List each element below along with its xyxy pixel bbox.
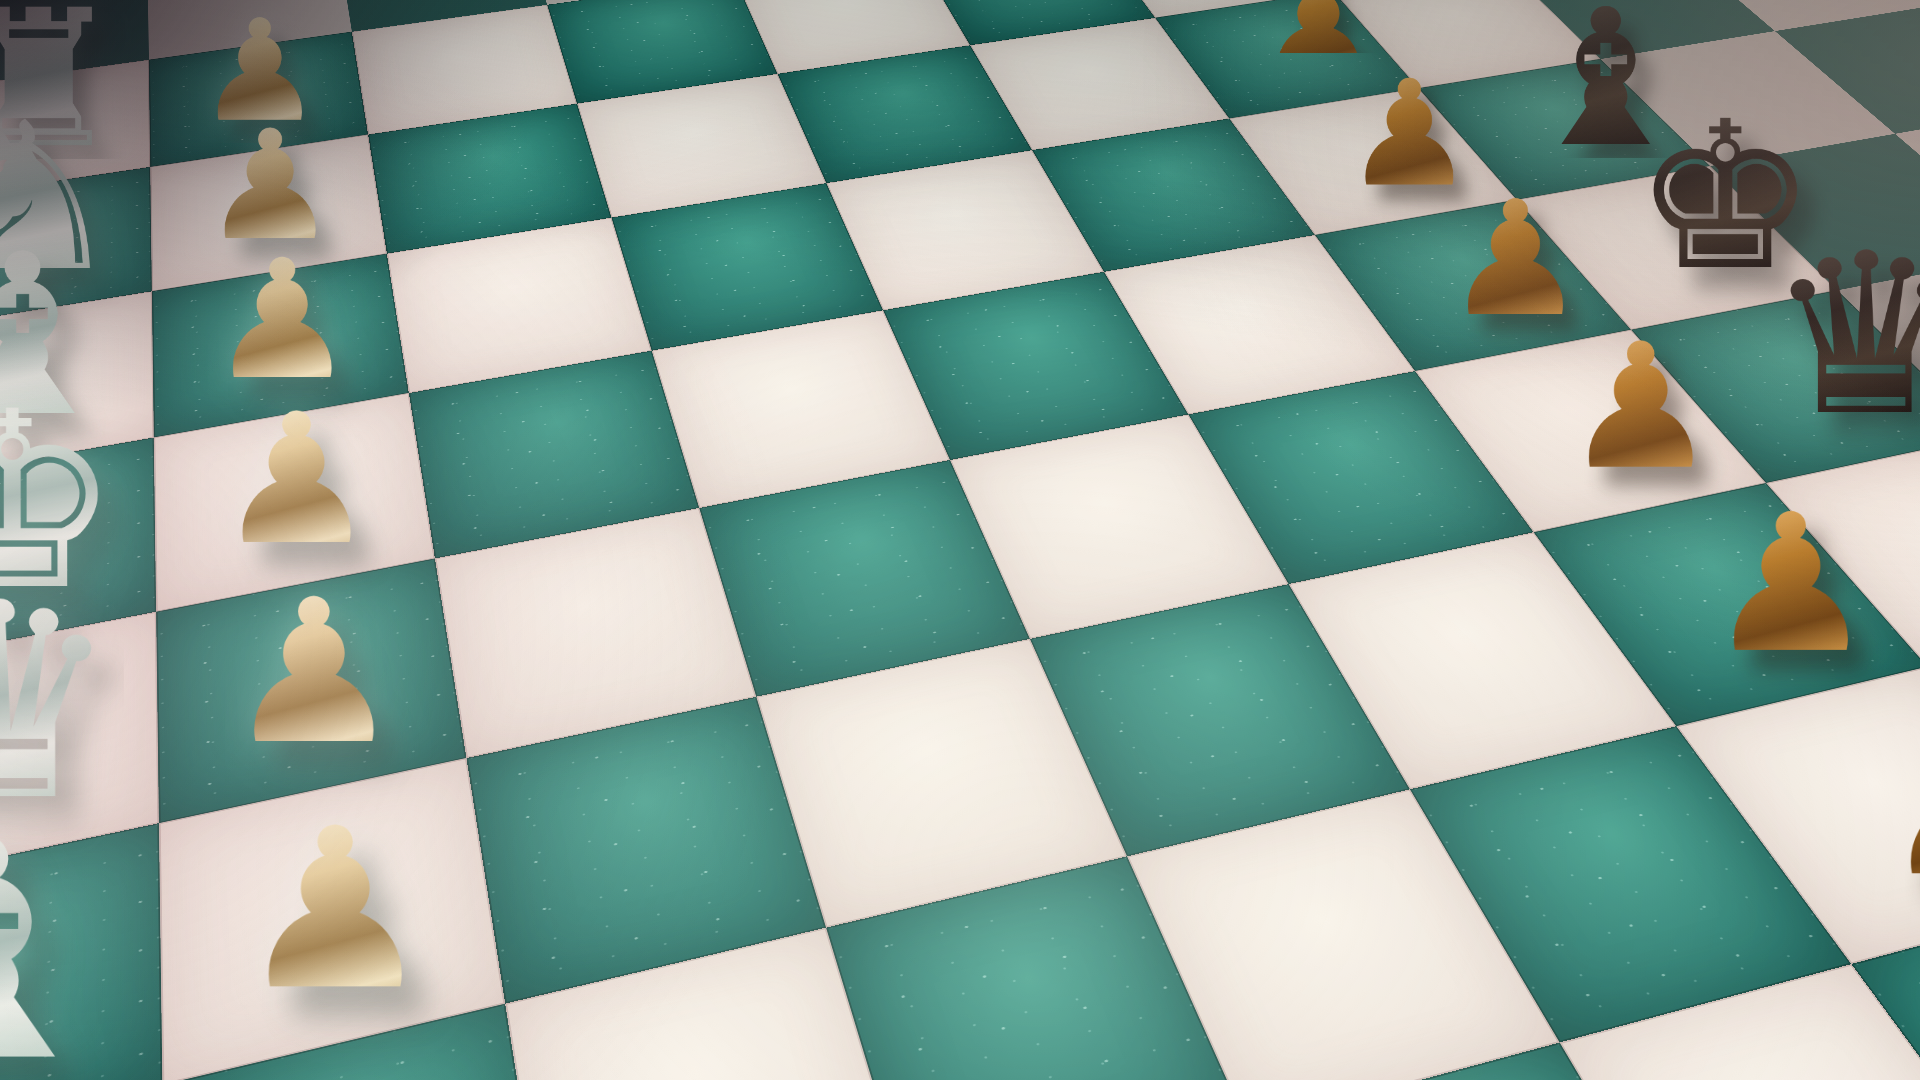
square-c1[interactable]: ♝♝	[0, 823, 162, 1080]
board-scene: ♜♜♟♟♟♟♜♜♞♞♟♟♟♟♞♞♝♝♟♟♟♟♝♝♚♚♟♟♟♟♚♚♛♛♟♟♟♟♛♛…	[0, 0, 1920, 1080]
square-e4[interactable]	[652, 310, 950, 508]
white-pawn[interactable]: ♟	[215, 390, 377, 570]
white-pawn[interactable]: ♟	[224, 573, 402, 772]
black-pawn-reflection: ♟	[1892, 885, 1920, 1077]
square-e5[interactable]	[883, 272, 1188, 460]
square-c4[interactable]	[756, 639, 1127, 928]
white-pawn[interactable]: ♟	[235, 799, 434, 1021]
square-c7[interactable]: ♟♟	[1534, 483, 1920, 726]
chess-board: ♜♜♟♟♟♟♜♜♞♞♟♟♟♟♞♞♝♝♟♟♟♟♝♝♚♚♟♟♟♟♚♚♛♛♟♟♟♟♛♛…	[0, 0, 1920, 1080]
square-a6[interactable]	[1560, 964, 1920, 1080]
white-bishop[interactable]: ♝	[0, 800, 119, 1080]
black-pawn[interactable]: ♟	[1705, 489, 1876, 679]
black-queen[interactable]: ♛	[1766, 224, 1920, 447]
black-pawn[interactable]: ♟	[1563, 321, 1718, 494]
square-e3[interactable]	[409, 351, 699, 559]
black-pawn[interactable]: ♟	[1879, 695, 1920, 906]
